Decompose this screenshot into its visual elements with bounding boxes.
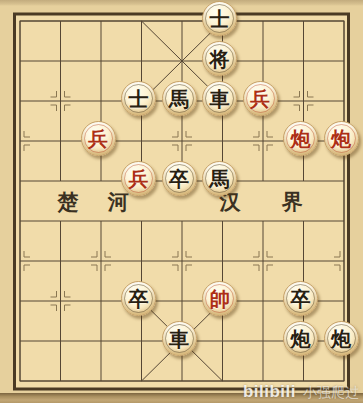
black-soldier-glyph: 卒 [122,282,155,315]
black-cannon-piece[interactable]: 炮 [283,321,318,356]
black-chariot-glyph: 車 [203,82,236,115]
red-soldier-glyph: 兵 [244,82,277,115]
red-cannon-glyph: 炮 [284,122,317,155]
black-advisor-glyph: 士 [203,2,236,35]
red-general-glyph: 帥 [203,282,236,315]
black-cannon-piece[interactable]: 炮 [324,321,359,356]
black-soldier-piece[interactable]: 卒 [283,281,318,316]
red-cannon-piece[interactable]: 炮 [283,121,318,156]
black-general-piece[interactable]: 将 [202,41,237,76]
black-cannon-glyph: 炮 [284,322,317,355]
table-edge-top [0,0,363,6]
black-general-glyph: 将 [203,42,236,75]
red-soldier-piece[interactable]: 兵 [81,121,116,156]
black-horse-piece[interactable]: 馬 [162,81,197,116]
black-chariot-glyph: 車 [163,322,196,355]
black-chariot-piece[interactable]: 車 [202,81,237,116]
black-soldier-glyph: 卒 [163,162,196,195]
xiangqi-app: 楚 河 汉 界 士将士馬車兵兵炮炮兵卒馬卒帥卒車炮炮 bilibili 小强爬过 [0,0,363,403]
black-advisor-piece[interactable]: 士 [121,81,156,116]
watermark-uploader: 小强爬过 [303,384,359,402]
black-soldier-piece[interactable]: 卒 [162,161,197,196]
black-cannon-glyph: 炮 [325,322,358,355]
watermark: bilibili 小强爬过 [243,382,359,402]
black-soldier-glyph: 卒 [284,282,317,315]
black-horse-glyph: 馬 [203,162,236,195]
red-general-piece[interactable]: 帥 [202,281,237,316]
river-text-left: 楚 河 [57,188,128,216]
black-advisor-glyph: 士 [122,82,155,115]
black-advisor-piece[interactable]: 士 [202,1,237,36]
red-soldier-glyph: 兵 [82,122,115,155]
red-soldier-glyph: 兵 [122,162,155,195]
black-horse-piece[interactable]: 馬 [202,161,237,196]
red-cannon-glyph: 炮 [325,122,358,155]
black-chariot-piece[interactable]: 車 [162,321,197,356]
red-soldier-piece[interactable]: 兵 [243,81,278,116]
red-soldier-piece[interactable]: 兵 [121,161,156,196]
black-soldier-piece[interactable]: 卒 [121,281,156,316]
bilibili-logo: bilibili [243,382,296,402]
red-cannon-piece[interactable]: 炮 [324,121,359,156]
black-horse-glyph: 馬 [163,82,196,115]
